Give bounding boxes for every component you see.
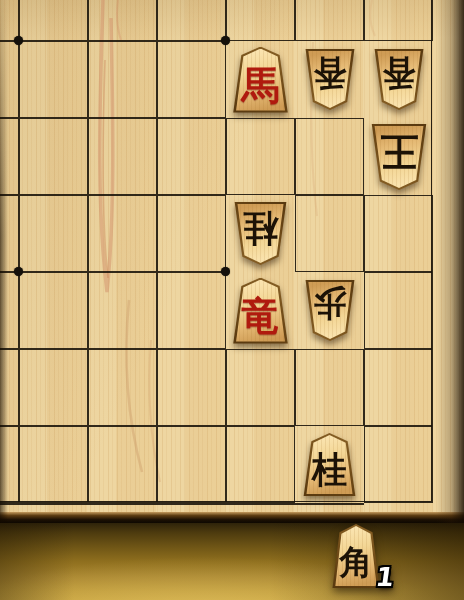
board-square[interactable] [19, 426, 88, 503]
board-square[interactable] [88, 272, 157, 349]
board-square[interactable] [88, 118, 157, 195]
board-square[interactable] [295, 118, 364, 195]
board-square[interactable] [88, 0, 157, 41]
board-square[interactable] [157, 0, 226, 41]
board-square[interactable] [295, 503, 364, 505]
board-square[interactable] [0, 426, 19, 503]
board-square[interactable] [364, 426, 433, 503]
sente-hand-area: 角1 [0, 523, 464, 600]
board-square[interactable] [295, 349, 364, 426]
board-square[interactable] [295, 0, 364, 41]
board-square[interactable] [88, 503, 157, 505]
board-front-edge [0, 512, 464, 523]
board-square[interactable] [19, 0, 88, 41]
board-square[interactable] [226, 503, 295, 505]
board-square[interactable] [19, 118, 88, 195]
board-square[interactable] [19, 272, 88, 349]
board-square[interactable] [19, 41, 88, 118]
board-square[interactable] [364, 349, 433, 426]
board-square[interactable] [88, 349, 157, 426]
board-square[interactable] [0, 0, 19, 41]
board-square[interactable] [0, 118, 19, 195]
board-square[interactable] [0, 503, 19, 505]
hand-piece-bishop[interactable]: 角1 [331, 524, 381, 588]
piece-gote-lance[interactable]: 香 [304, 49, 356, 110]
board-square[interactable] [88, 426, 157, 503]
piece-sente-promoted-rook[interactable]: 竜 [232, 278, 290, 344]
board-square[interactable] [88, 41, 157, 118]
board-square[interactable] [364, 195, 433, 272]
piece-sente-promoted-bishop[interactable]: 馬 [232, 47, 290, 113]
board-square[interactable] [88, 195, 157, 272]
board-square[interactable] [0, 349, 19, 426]
board-square[interactable] [19, 195, 88, 272]
board-square[interactable] [157, 349, 226, 426]
hoshi-star [14, 267, 23, 276]
board-square[interactable] [157, 41, 226, 118]
hand-piece-count-badge: 1 [374, 562, 396, 592]
board-square[interactable] [226, 349, 295, 426]
piece-gote-king[interactable]: 王 [370, 124, 428, 190]
shogi-app-screen: 馬香香王桂竜歩桂 角1 [0, 0, 464, 600]
board-square[interactable] [157, 118, 226, 195]
board-square[interactable] [157, 195, 226, 272]
board-square[interactable] [0, 41, 19, 118]
piece-sente-knight[interactable]: 桂 [302, 433, 357, 496]
board-square[interactable] [19, 503, 88, 505]
board-grid: 馬香香王桂竜歩桂 [0, 0, 432, 502]
hoshi-star [221, 36, 230, 45]
board-square[interactable] [0, 272, 19, 349]
board-square[interactable] [364, 272, 433, 349]
piece-gote-knight[interactable]: 桂 [233, 202, 288, 265]
hoshi-star [221, 267, 230, 276]
hoshi-star [14, 36, 23, 45]
piece-gote-pawn[interactable]: 歩 [304, 280, 356, 341]
board-square[interactable] [226, 0, 295, 41]
board-square[interactable] [157, 426, 226, 503]
board-square[interactable] [226, 118, 295, 195]
board-square[interactable] [19, 349, 88, 426]
board-square[interactable] [295, 195, 364, 272]
board-square[interactable] [0, 195, 19, 272]
piece-gote-lance[interactable]: 香 [373, 49, 425, 110]
board-square[interactable] [364, 0, 433, 41]
shogi-board: 馬香香王桂竜歩桂 [0, 0, 464, 512]
board-square[interactable] [157, 503, 226, 505]
board-square[interactable] [157, 272, 226, 349]
board-square[interactable] [226, 426, 295, 503]
